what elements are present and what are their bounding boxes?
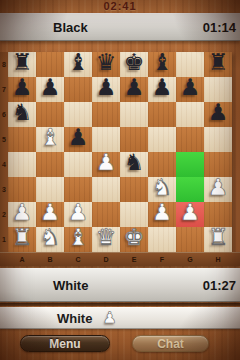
piece-black-pawn: ♟ <box>180 76 201 99</box>
piece-white-rook: ♜ <box>12 226 33 249</box>
piece-white-pawn: ♟ <box>40 201 61 224</box>
turn-indicator-bar: White ♟ <box>0 307 240 329</box>
square-f1[interactable] <box>148 227 176 252</box>
piece-white-pawn: ♟ <box>152 201 173 224</box>
square-g6[interactable] <box>176 102 204 127</box>
square-g4[interactable] <box>176 152 204 177</box>
square-a8[interactable]: ♜ <box>8 52 36 77</box>
square-e4[interactable]: ♞ <box>120 152 148 177</box>
piece-black-queen: ♛ <box>96 51 117 74</box>
rank-label-2: 2 <box>0 202 8 227</box>
rank-label-5: 5 <box>0 127 8 152</box>
black-clock: 01:14 <box>203 20 236 35</box>
square-g1[interactable] <box>176 227 204 252</box>
piece-white-king: ♚ <box>124 226 145 249</box>
black-player-bar: Black 01:14 <box>0 13 240 41</box>
white-player-label: White <box>53 278 88 293</box>
piece-black-knight: ♞ <box>12 101 33 124</box>
square-b1[interactable]: ♞ <box>36 227 64 252</box>
piece-black-rook: ♜ <box>208 51 229 74</box>
square-b2[interactable]: ♟ <box>36 202 64 227</box>
square-d5[interactable] <box>92 127 120 152</box>
white-clock: 01:27 <box>203 278 236 293</box>
piece-black-pawn: ♟ <box>96 76 117 99</box>
piece-white-pawn: ♟ <box>180 201 201 224</box>
square-f2[interactable]: ♟ <box>148 202 176 227</box>
square-a4[interactable] <box>8 152 36 177</box>
turn-label: White <box>57 311 92 326</box>
piece-white-pawn: ♟ <box>208 176 229 199</box>
square-b5[interactable]: ♝ <box>36 127 64 152</box>
game-timer: 02:41 <box>0 0 240 13</box>
square-c1[interactable]: ♝ <box>64 227 92 252</box>
piece-black-pawn: ♟ <box>208 101 229 124</box>
square-f4[interactable] <box>148 152 176 177</box>
square-a3[interactable] <box>8 177 36 202</box>
square-e8[interactable]: ♚ <box>120 52 148 77</box>
square-a6[interactable]: ♞ <box>8 102 36 127</box>
piece-black-bishop: ♝ <box>152 51 173 74</box>
square-e7[interactable]: ♟ <box>120 77 148 102</box>
rank-label-3: 3 <box>0 177 8 202</box>
file-label-e: E <box>120 253 148 266</box>
piece-white-queen: ♛ <box>96 226 117 249</box>
rank-label-8: 8 <box>0 52 8 77</box>
rank-label-1: 1 <box>0 227 8 252</box>
board-squares[interactable]: ♜♝♛♚♝♜♟♟♟♟♟♟♞♟♝♟♟♞♞♟♟♟♟♟♟♜♞♝♛♚♜ <box>8 52 232 252</box>
square-b7[interactable]: ♟ <box>36 77 64 102</box>
piece-white-bishop: ♝ <box>40 126 61 149</box>
square-h2[interactable] <box>204 202 232 227</box>
square-f8[interactable]: ♝ <box>148 52 176 77</box>
square-d7[interactable]: ♟ <box>92 77 120 102</box>
square-a1[interactable]: ♜ <box>8 227 36 252</box>
piece-black-king: ♚ <box>124 51 145 74</box>
square-c4[interactable] <box>64 152 92 177</box>
square-g3[interactable] <box>176 177 204 202</box>
square-f7[interactable]: ♟ <box>148 77 176 102</box>
square-g5[interactable] <box>176 127 204 152</box>
square-d2[interactable] <box>92 202 120 227</box>
piece-black-pawn: ♟ <box>124 76 145 99</box>
square-f5[interactable] <box>148 127 176 152</box>
white-player-bar: White 01:27 <box>0 268 240 302</box>
square-d3[interactable] <box>92 177 120 202</box>
square-h3[interactable]: ♟ <box>204 177 232 202</box>
square-f6[interactable] <box>148 102 176 127</box>
square-a2[interactable]: ♟ <box>8 202 36 227</box>
file-labels: ABCDEFGH <box>0 252 240 266</box>
piece-black-pawn: ♟ <box>40 76 61 99</box>
square-h4[interactable] <box>204 152 232 177</box>
square-g8[interactable] <box>176 52 204 77</box>
square-g7[interactable]: ♟ <box>176 77 204 102</box>
square-e5[interactable] <box>120 127 148 152</box>
square-d8[interactable]: ♛ <box>92 52 120 77</box>
square-d4[interactable]: ♟ <box>92 152 120 177</box>
square-e2[interactable] <box>120 202 148 227</box>
square-b4[interactable] <box>36 152 64 177</box>
menu-button[interactable]: Menu <box>20 335 110 352</box>
piece-black-rook: ♜ <box>12 51 33 74</box>
file-label-c: C <box>64 253 92 266</box>
piece-white-knight: ♞ <box>152 176 173 199</box>
piece-white-pawn: ♟ <box>12 201 33 224</box>
file-label-h: H <box>204 253 232 266</box>
rank-label-4: 4 <box>0 152 8 177</box>
square-a7[interactable]: ♟ <box>8 77 36 102</box>
square-e6[interactable] <box>120 102 148 127</box>
separator-line <box>0 303 240 306</box>
square-c5[interactable]: ♟ <box>64 127 92 152</box>
square-d1[interactable]: ♛ <box>92 227 120 252</box>
file-label-b: B <box>36 253 64 266</box>
piece-black-bishop: ♝ <box>68 51 89 74</box>
square-c7[interactable] <box>64 77 92 102</box>
piece-black-pawn: ♟ <box>68 126 89 149</box>
square-d6[interactable] <box>92 102 120 127</box>
square-h8[interactable]: ♜ <box>204 52 232 77</box>
piece-white-knight: ♞ <box>40 226 61 249</box>
file-label-a: A <box>8 253 36 266</box>
square-g2[interactable]: ♟ <box>176 202 204 227</box>
piece-white-rook: ♜ <box>208 226 229 249</box>
piece-white-pawn: ♟ <box>68 201 89 224</box>
chat-button[interactable]: Chat <box>132 335 209 352</box>
piece-black-pawn: ♟ <box>152 76 173 99</box>
file-label-g: G <box>176 253 204 266</box>
square-b8[interactable] <box>36 52 64 77</box>
square-h5[interactable] <box>204 127 232 152</box>
piece-white-bishop: ♝ <box>68 226 89 249</box>
white-pawn-icon: ♟ <box>102 310 116 326</box>
square-e1[interactable]: ♚ <box>120 227 148 252</box>
square-b6[interactable] <box>36 102 64 127</box>
chess-app-screen: 02:41 Black 01:14 87654321 ♜♝♛♚♝♜♟♟♟♟♟♟♞… <box>0 0 240 360</box>
rank-label-7: 7 <box>0 77 8 102</box>
square-a5[interactable] <box>8 127 36 152</box>
piece-white-pawn: ♟ <box>96 151 117 174</box>
square-b3[interactable] <box>36 177 64 202</box>
square-h6[interactable]: ♟ <box>204 102 232 127</box>
rank-label-6: 6 <box>0 102 8 127</box>
rank-labels: 87654321 <box>0 52 8 252</box>
square-h7[interactable] <box>204 77 232 102</box>
piece-black-knight: ♞ <box>124 151 145 174</box>
black-player-label: Black <box>53 20 88 35</box>
square-h1[interactable]: ♜ <box>204 227 232 252</box>
square-c6[interactable] <box>64 102 92 127</box>
square-c8[interactable]: ♝ <box>64 52 92 77</box>
chess-board: 87654321 ♜♝♛♚♝♜♟♟♟♟♟♟♞♟♝♟♟♞♞♟♟♟♟♟♟♜♞♝♛♚♜ <box>0 52 240 252</box>
file-label-f: F <box>148 253 176 266</box>
square-c3[interactable] <box>64 177 92 202</box>
square-f3[interactable]: ♞ <box>148 177 176 202</box>
square-e3[interactable] <box>120 177 148 202</box>
square-c2[interactable]: ♟ <box>64 202 92 227</box>
piece-black-pawn: ♟ <box>12 76 33 99</box>
file-label-d: D <box>92 253 120 266</box>
